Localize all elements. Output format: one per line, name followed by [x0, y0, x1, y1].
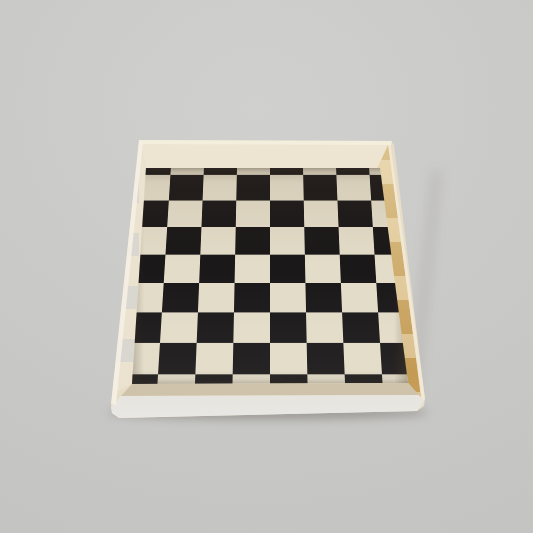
photo-background: [0, 0, 533, 533]
board-cell: [306, 312, 343, 342]
board-cell: [199, 255, 235, 283]
board-cell: [343, 343, 382, 375]
board-cell: [305, 255, 341, 283]
board-cell: [203, 175, 237, 201]
board-cell: [304, 227, 339, 254]
board-cell: [235, 227, 270, 254]
board-cell: [270, 312, 307, 342]
checkerboard-floor: [132, 167, 408, 384]
board-cell: [160, 312, 198, 342]
board-cell: [270, 283, 306, 312]
board-grid: [118, 150, 422, 407]
board-cell: [195, 343, 233, 375]
board-cell: [164, 255, 201, 283]
board-cell: [198, 283, 235, 312]
board-cell: [233, 312, 270, 342]
board-cell: [167, 201, 202, 228]
board-cell: [236, 175, 270, 201]
board-cell: [304, 201, 339, 228]
board-cell: [234, 283, 270, 312]
board-cell: [270, 255, 305, 283]
board-cell: [169, 175, 204, 201]
board-cell: [201, 201, 236, 228]
board-cell: [340, 255, 377, 283]
board-cell: [336, 175, 371, 201]
board-cell: [270, 227, 305, 254]
board-cell: [162, 283, 199, 312]
board-cell: [233, 343, 270, 375]
board-cell: [200, 227, 235, 254]
board-cell: [341, 283, 378, 312]
board-cell: [235, 255, 270, 283]
board-cell: [158, 343, 197, 375]
board-cell: [197, 312, 234, 342]
board-cell: [305, 283, 342, 312]
board-cell: [303, 175, 337, 201]
board-cell: [270, 201, 304, 228]
board-cell: [307, 343, 345, 375]
board-cell: [339, 227, 375, 254]
board-cell: [270, 343, 307, 375]
board-cell: [342, 312, 380, 342]
board-cell: [165, 227, 201, 254]
board-cell: [337, 201, 372, 228]
board-cell: [236, 201, 270, 228]
board-cell: [270, 175, 304, 201]
